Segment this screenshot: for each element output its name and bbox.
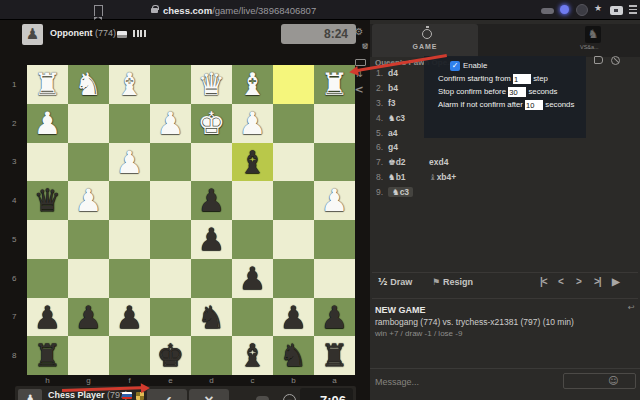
- top-player-row: ♟ Opponent (774) 8:24: [15, 22, 356, 46]
- opponent-clock: 8:24: [281, 24, 356, 44]
- address-bar-url[interactable]: chess.com/game/live/38968406807: [163, 5, 316, 16]
- square-h6[interactable]: [27, 259, 68, 298]
- move-white-c3[interactable]: ♞c3: [388, 187, 427, 197]
- move-black-xb4+[interactable]: ♝xb4+: [429, 172, 468, 182]
- square-b3[interactable]: [273, 143, 314, 182]
- move-white-d2[interactable]: ♚d2: [388, 157, 427, 167]
- figurine-N-icon: ♞: [388, 113, 396, 123]
- player-avatar[interactable]: ♟: [18, 389, 42, 400]
- move-row-9.: 9.♞c3: [372, 184, 612, 199]
- square-c1[interactable]: ♝: [232, 65, 273, 104]
- square-e1[interactable]: [150, 65, 191, 104]
- nav-first-button[interactable]: |<: [540, 276, 547, 287]
- square-g4[interactable]: ♟: [68, 181, 109, 220]
- square-e4[interactable]: [150, 181, 191, 220]
- black-P-g7[interactable]: ♟: [68, 298, 109, 336]
- square-h3[interactable]: [27, 143, 68, 182]
- move-number: 4.: [372, 113, 388, 123]
- stop-confirm-row: Stop confirm before seconds: [438, 87, 557, 97]
- star-extension-icon[interactable]: ★: [594, 3, 602, 13]
- nav-forward-button[interactable]: >: [576, 276, 581, 287]
- confirm-from-input[interactable]: [513, 74, 531, 84]
- square-h1[interactable]: ♜: [27, 65, 68, 104]
- settings-gear-icon[interactable]: ⚙: [352, 26, 366, 37]
- square-g3[interactable]: [68, 143, 109, 182]
- square-a8[interactable]: ♜: [314, 336, 355, 375]
- move-white-g4[interactable]: g4: [388, 142, 427, 152]
- draw-button[interactable]: ½Draw: [378, 277, 412, 287]
- move-row-7.: 7.♚d2exd4: [372, 155, 612, 170]
- file-label-d: d: [191, 376, 232, 385]
- extension-thumb-caption: VS&a...: [580, 44, 599, 50]
- message-input[interactable]: Message...: [375, 377, 419, 387]
- square-b7[interactable]: ♟: [273, 298, 314, 337]
- move-row-8.: 8.♞b1♝xb4+: [372, 170, 612, 185]
- square-d8[interactable]: [191, 336, 232, 375]
- square-f6[interactable]: [109, 259, 150, 298]
- square-a3[interactable]: [314, 143, 355, 182]
- square-a5[interactable]: [314, 220, 355, 259]
- new-game-title: NEW GAME: [375, 305, 426, 315]
- black-R-h8[interactable]: ♜: [27, 336, 68, 374]
- new-game-odds: win +7 / draw -1 / lose -9: [375, 329, 462, 338]
- divider: [372, 272, 638, 273]
- square-f1[interactable]: ♝: [109, 65, 150, 104]
- square-a6[interactable]: [314, 259, 355, 298]
- move-row-6.: 6.g4: [372, 140, 612, 155]
- file-labels: hgfedcba: [27, 376, 355, 385]
- square-h7[interactable]: ♟: [27, 298, 68, 337]
- square-g2[interactable]: [68, 104, 109, 143]
- move-white-b1[interactable]: ♞b1: [388, 172, 427, 182]
- message-row: Message... ☺: [370, 368, 640, 400]
- browser-top-bar: chess.com/game/live/38968406807 ★: [0, 0, 640, 20]
- move-number: 6.: [372, 142, 388, 152]
- white-P-e2[interactable]: ♟: [150, 104, 191, 142]
- opponent-name[interactable]: Opponent (774): [50, 28, 116, 38]
- rank-label-2: 2: [12, 104, 16, 143]
- game-area: ♟ Opponent (774) 8:24 12345678 ♜♞♝♛♝♜♟♟♚…: [0, 20, 370, 400]
- alarm-row: Alarm if not confirm after seconds: [438, 100, 574, 110]
- square-h8[interactable]: ♜: [27, 336, 68, 375]
- square-c3[interactable]: ♝: [232, 143, 273, 182]
- file-label-g: g: [68, 376, 109, 385]
- nav-last-button[interactable]: >|: [594, 276, 601, 287]
- nav-play-button[interactable]: ▶: [612, 276, 619, 287]
- square-a2[interactable]: [314, 104, 355, 143]
- white-B-f1[interactable]: ♝: [109, 65, 150, 103]
- square-c2[interactable]: ♟: [232, 104, 273, 143]
- black-K-e8[interactable]: ♚: [150, 336, 191, 374]
- alarm-input[interactable]: [525, 100, 543, 110]
- add-time-icon[interactable]: −: [283, 394, 296, 400]
- square-f3[interactable]: ♟: [109, 143, 150, 182]
- black-R-a8[interactable]: ♜: [314, 336, 355, 374]
- chat-icon[interactable]: [256, 396, 269, 400]
- lock-icon: [151, 8, 158, 13]
- white-K-d2[interactable]: ♚: [191, 104, 232, 142]
- square-b1[interactable]: [273, 65, 314, 104]
- rank-labels: 12345678: [12, 65, 16, 375]
- black-N-d7[interactable]: ♞: [191, 298, 232, 336]
- resign-button[interactable]: ⚑Resign: [432, 277, 473, 287]
- move-black-exd4[interactable]: exd4: [429, 157, 468, 167]
- emoji-icon[interactable]: ☺: [608, 375, 618, 386]
- opponent-captured-pieces-icon: [133, 30, 146, 37]
- book-icon[interactable]: [594, 56, 603, 64]
- extension-pill-icon[interactable]: [541, 8, 554, 14]
- move-number: 7.: [372, 157, 388, 167]
- disable-circle-icon[interactable]: [611, 56, 620, 65]
- white-R-h1[interactable]: ♜: [27, 65, 68, 103]
- square-c6[interactable]: ♟: [232, 259, 273, 298]
- square-d4[interactable]: ♟: [191, 181, 232, 220]
- notification-dot-icon[interactable]: [560, 5, 569, 14]
- stop-confirm-input[interactable]: [508, 87, 526, 97]
- black-Q-h4[interactable]: ♛: [27, 181, 68, 219]
- divider: [372, 298, 638, 299]
- extension-settings-popup: ✓Enable Confirm starting from step Stop …: [424, 56, 586, 138]
- black-B-c3[interactable]: ♝: [232, 143, 273, 181]
- square-f4[interactable]: [109, 181, 150, 220]
- rank-label-7: 7: [12, 298, 16, 337]
- square-c5[interactable]: [232, 220, 273, 259]
- square-b4[interactable]: [273, 181, 314, 220]
- square-g1[interactable]: ♞: [68, 65, 109, 104]
- black-P-h7[interactable]: ♟: [27, 298, 68, 336]
- opponent-avatar[interactable]: ♟: [22, 24, 43, 45]
- white-P-f3[interactable]: ♟: [109, 143, 150, 181]
- square-b8[interactable]: ♞: [273, 336, 314, 375]
- square-d7[interactable]: ♞: [191, 298, 232, 337]
- figurine-N-icon: ♞: [392, 187, 400, 197]
- black-B-c8[interactable]: ♝: [232, 336, 273, 374]
- figurine-K-icon: ♚: [388, 157, 396, 167]
- square-e3[interactable]: [150, 143, 191, 182]
- white-B-c1[interactable]: ♝: [232, 65, 273, 103]
- move-number: 1.: [372, 68, 388, 78]
- square-b6[interactable]: [273, 259, 314, 298]
- video-icon[interactable]: [610, 6, 623, 15]
- white-P-h2[interactable]: ♟: [27, 104, 68, 142]
- white-P-a4[interactable]: ♟: [314, 181, 355, 219]
- file-label-e: e: [150, 376, 191, 385]
- stopwatch-icon: [422, 29, 432, 39]
- black-P-f7[interactable]: ♟: [109, 298, 150, 336]
- square-d5[interactable]: ♟: [191, 220, 232, 259]
- figurine-N-icon: ♞: [388, 172, 396, 182]
- square-h5[interactable]: [27, 220, 68, 259]
- white-N-g1[interactable]: ♞: [68, 65, 109, 103]
- square-e8[interactable]: ♚: [150, 336, 191, 375]
- opponent-flag-icon: [117, 31, 127, 38]
- move-white-d4[interactable]: d4: [388, 68, 427, 78]
- move-white-a4[interactable]: a4: [388, 128, 427, 138]
- square-f5[interactable]: [109, 220, 150, 259]
- square-d6[interactable]: [191, 259, 232, 298]
- square-c7[interactable]: [232, 298, 273, 337]
- player-flag-icon: [122, 392, 132, 399]
- black-P-d4[interactable]: ♟: [191, 181, 232, 219]
- rank-label-5: 5: [12, 220, 16, 259]
- new-game-share-icon[interactable]: ↩: [628, 303, 635, 312]
- white-P-c2[interactable]: ♟: [232, 104, 273, 142]
- file-label-b: b: [273, 376, 314, 385]
- square-g7[interactable]: ♟: [68, 298, 109, 337]
- player-name[interactable]: Chess Player (797): [48, 390, 128, 400]
- file-label-a: a: [314, 376, 355, 385]
- square-e2[interactable]: ♟: [150, 104, 191, 143]
- square-h2[interactable]: ♟: [27, 104, 68, 143]
- square-f7[interactable]: ♟: [109, 298, 150, 337]
- white-Q-d1[interactable]: ♛: [191, 65, 232, 103]
- black-P-a7[interactable]: ♟: [314, 298, 355, 336]
- rank-label-1: 1: [12, 65, 16, 104]
- move-number: 9.: [372, 187, 388, 197]
- square-g5[interactable]: [68, 220, 109, 259]
- square-b2[interactable]: [273, 104, 314, 143]
- square-e5[interactable]: [150, 220, 191, 259]
- square-d3[interactable]: [191, 143, 232, 182]
- move-white-f3[interactable]: f3: [388, 98, 427, 108]
- extension-thumb-knight-icon[interactable]: ♞: [585, 26, 601, 43]
- square-g6[interactable]: [68, 259, 109, 298]
- enable-checkbox[interactable]: ✓: [450, 61, 460, 71]
- square-a7[interactable]: ♟: [314, 298, 355, 337]
- cancel-move-button[interactable]: ×: [189, 389, 229, 400]
- square-f8[interactable]: [109, 336, 150, 375]
- square-d2[interactable]: ♚: [191, 104, 232, 143]
- white-P-g4[interactable]: ♟: [68, 181, 109, 219]
- black-P-b7[interactable]: ♟: [273, 298, 314, 336]
- square-d1[interactable]: ♛: [191, 65, 232, 104]
- square-f2[interactable]: [109, 104, 150, 143]
- figurine-B-icon: ♝: [429, 172, 437, 182]
- extensions-icon[interactable]: [576, 4, 588, 16]
- bookmark-icon[interactable]: [94, 5, 103, 16]
- chess-board[interactable]: ♜♞♝♛♝♜♟♟♚♟♟♝♛♟♟♟♟♟♟♟♟♞♟♟♜♚♝♞♜: [27, 65, 355, 375]
- black-N-b8[interactable]: ♞: [273, 336, 314, 374]
- square-c8[interactable]: ♝: [232, 336, 273, 375]
- square-c4[interactable]: [232, 181, 273, 220]
- rank-label-8: 8: [12, 336, 16, 375]
- move-number: 8.: [372, 172, 388, 182]
- move-number: 5.: [372, 128, 388, 138]
- square-e6[interactable]: [150, 259, 191, 298]
- move-white-b4[interactable]: b4: [388, 83, 427, 93]
- black-P-d5[interactable]: ♟: [191, 220, 232, 258]
- square-a4[interactable]: ♟: [314, 181, 355, 220]
- square-g8[interactable]: [68, 336, 109, 375]
- square-b5[interactable]: [273, 220, 314, 259]
- browser-menu-icon[interactable]: [629, 5, 637, 15]
- square-e7[interactable]: [150, 298, 191, 337]
- square-h4[interactable]: ♛: [27, 181, 68, 220]
- enable-row[interactable]: ✓Enable: [450, 61, 487, 71]
- rank-label-6: 6: [12, 259, 16, 298]
- new-game-matchup: rambogang (774) vs. trychess-x21381 (797…: [375, 317, 574, 327]
- rank-label-3: 3: [12, 143, 16, 182]
- file-label-h: h: [27, 376, 68, 385]
- file-label-c: c: [232, 376, 273, 385]
- chat-entry-field[interactable]: [563, 373, 636, 389]
- move-white-c3[interactable]: ♞c3: [388, 113, 427, 123]
- rank-label-4: 4: [12, 181, 16, 220]
- move-number: 2.: [372, 83, 388, 93]
- move-number: 3.: [372, 98, 388, 108]
- black-P-c6[interactable]: ♟: [232, 259, 273, 297]
- confirm-from-row: Confirm starting from step: [438, 74, 548, 84]
- membership-badge-icon: [136, 392, 144, 400]
- nav-back-button[interactable]: <: [558, 276, 563, 287]
- tab-game[interactable]: GAME: [372, 24, 478, 57]
- player-clock: 7:06: [300, 388, 353, 400]
- confirm-move-button[interactable]: ✓: [147, 389, 187, 400]
